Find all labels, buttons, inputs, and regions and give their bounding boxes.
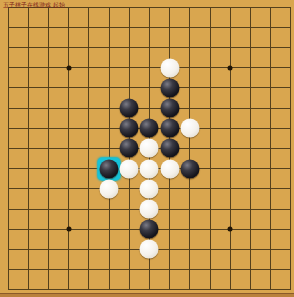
white-stone (140, 240, 159, 259)
black-stone (120, 99, 139, 118)
grid-line-vertical (250, 7, 251, 291)
black-stone (100, 159, 119, 178)
black-stone (140, 119, 159, 138)
gomoku-board[interactable] (0, 0, 294, 297)
star-point (66, 65, 71, 70)
white-stone (100, 179, 119, 198)
grid-line-vertical (230, 7, 231, 291)
watermark-caption: 五子棋子在线游戏 起始 (3, 0, 65, 9)
grid-line-horizontal (8, 289, 292, 290)
black-stone (160, 99, 179, 118)
black-stone (120, 139, 139, 158)
star-point (66, 227, 71, 232)
star-point (228, 227, 233, 232)
white-stone (160, 58, 179, 77)
grid-line-vertical (270, 7, 271, 291)
grid-line-vertical (290, 7, 291, 291)
white-stone (140, 179, 159, 198)
grid-line-vertical (189, 7, 190, 291)
white-stone (180, 119, 199, 138)
white-stone (120, 159, 139, 178)
black-stone (120, 119, 139, 138)
black-stone (140, 220, 159, 239)
white-stone (140, 139, 159, 158)
white-stone (140, 200, 159, 219)
gomoku-app: 五子棋子在线游戏 起始 (0, 0, 294, 297)
white-stone (140, 159, 159, 178)
grid-line-vertical (210, 7, 211, 291)
black-stone (160, 119, 179, 138)
grid-line-horizontal (8, 269, 292, 270)
black-stone (180, 159, 199, 178)
white-stone (160, 159, 179, 178)
black-stone (160, 139, 179, 158)
black-stone (160, 78, 179, 97)
star-point (228, 65, 233, 70)
